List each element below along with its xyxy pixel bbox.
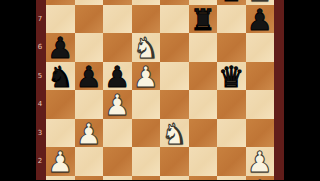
white-king-h1[interactable]: ♚: [246, 176, 275, 181]
square-b1[interactable]: [75, 176, 104, 181]
square-c3[interactable]: [103, 119, 132, 148]
square-f5[interactable]: [189, 62, 218, 91]
rank-label-3: 3: [36, 129, 44, 137]
black-pawn-b5[interactable]: ♟: [75, 62, 104, 91]
square-f2[interactable]: [189, 147, 218, 176]
black-pawn-c5[interactable]: ♟: [103, 62, 132, 91]
square-b2[interactable]: [75, 147, 104, 176]
square-a4[interactable]: [46, 90, 75, 119]
square-h6[interactable]: [246, 33, 275, 62]
square-h4[interactable]: [246, 90, 275, 119]
square-h5[interactable]: [246, 62, 275, 91]
square-g6[interactable]: [217, 33, 246, 62]
square-d1[interactable]: [132, 176, 161, 181]
square-d7[interactable]: [132, 5, 161, 34]
black-pawn-a6[interactable]: ♟: [46, 33, 75, 62]
square-g1[interactable]: [217, 176, 246, 181]
square-d3[interactable]: [132, 119, 161, 148]
square-a3[interactable]: [46, 119, 75, 148]
rank-label-6: 6: [36, 43, 44, 51]
white-pawn-c4[interactable]: ♟: [103, 90, 132, 119]
square-g3[interactable]: [217, 119, 246, 148]
black-queen-g5[interactable]: ♛: [217, 62, 246, 91]
rank-label-4: 4: [36, 100, 44, 108]
square-e6[interactable]: [160, 33, 189, 62]
square-e5[interactable]: [160, 62, 189, 91]
square-g7[interactable]: [217, 5, 246, 34]
black-rook-f7[interactable]: ♜: [189, 5, 218, 34]
black-knight-a5[interactable]: ♞: [46, 62, 75, 91]
square-g2[interactable]: [217, 147, 246, 176]
square-f3[interactable]: [189, 119, 218, 148]
white-pawn-b3[interactable]: ♟: [75, 119, 104, 148]
square-e2[interactable]: [160, 147, 189, 176]
square-e7[interactable]: [160, 5, 189, 34]
square-b7[interactable]: [75, 5, 104, 34]
white-knight-e3[interactable]: ♞: [160, 119, 189, 148]
square-d4[interactable]: [132, 90, 161, 119]
rank-label-5: 5: [36, 72, 44, 80]
rank-label-2: 2: [36, 157, 44, 165]
white-pawn-d5[interactable]: ♟: [132, 62, 161, 91]
square-c6[interactable]: [103, 33, 132, 62]
square-d2[interactable]: [132, 147, 161, 176]
square-g4[interactable]: [217, 90, 246, 119]
square-f6[interactable]: [189, 33, 218, 62]
rank-label-7: 7: [36, 15, 44, 23]
black-pawn-h7[interactable]: ♟: [246, 5, 275, 34]
square-f1[interactable]: [189, 176, 218, 181]
white-knight-d6[interactable]: ♞: [132, 33, 161, 62]
square-c2[interactable]: [103, 147, 132, 176]
square-b6[interactable]: [75, 33, 104, 62]
square-h3[interactable]: [246, 119, 275, 148]
square-b4[interactable]: [75, 90, 104, 119]
square-c7[interactable]: [103, 5, 132, 34]
square-c1[interactable]: [103, 176, 132, 181]
square-e1[interactable]: [160, 176, 189, 181]
white-pawn-h2[interactable]: ♟: [246, 147, 275, 176]
black-king-g8[interactable]: ♚: [217, 0, 246, 5]
chess-board-screenshot: ♚♜♜♟♟♞♞♟♟♟♛♟♟♞♟♟♚ 765432: [0, 0, 320, 180]
square-a7[interactable]: [46, 5, 75, 34]
white-pawn-a2[interactable]: ♟: [46, 147, 75, 176]
square-f4[interactable]: [189, 90, 218, 119]
square-e4[interactable]: [160, 90, 189, 119]
